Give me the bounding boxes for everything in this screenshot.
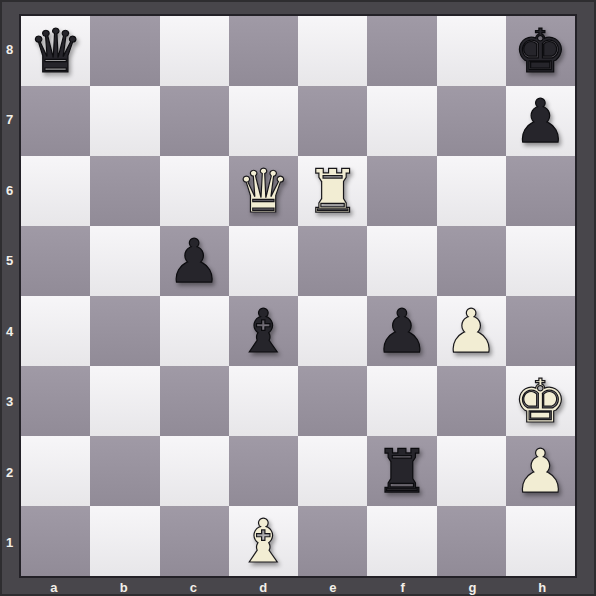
file-label-d: d <box>228 578 298 596</box>
square-h5[interactable] <box>506 226 575 296</box>
square-e2[interactable] <box>298 436 367 506</box>
square-e1[interactable] <box>298 506 367 576</box>
piece-br-f2[interactable]: ♜ <box>375 441 429 501</box>
chess-board[interactable]: ♛♚♟♛♜♟♝♟♟♚♜♟♝ <box>19 14 577 578</box>
file-labels: abcdefgh <box>19 578 577 596</box>
square-f3[interactable] <box>367 366 436 436</box>
square-e5[interactable] <box>298 226 367 296</box>
file-label-b: b <box>89 578 159 596</box>
piece-bk-h8[interactable]: ♚ <box>513 21 567 81</box>
square-b8[interactable] <box>90 16 159 86</box>
piece-bp-h7[interactable]: ♟ <box>513 91 567 151</box>
square-g4[interactable]: ♟ <box>437 296 506 366</box>
rank-label-4: 4 <box>0 296 19 367</box>
square-d5[interactable] <box>229 226 298 296</box>
piece-bp-f4[interactable]: ♟ <box>375 301 429 361</box>
square-c6[interactable] <box>160 156 229 226</box>
rank-labels: 87654321 <box>0 14 19 578</box>
square-d8[interactable] <box>229 16 298 86</box>
square-c7[interactable] <box>160 86 229 156</box>
square-f2[interactable]: ♜ <box>367 436 436 506</box>
square-d7[interactable] <box>229 86 298 156</box>
square-b5[interactable] <box>90 226 159 296</box>
square-c5[interactable]: ♟ <box>160 226 229 296</box>
square-g5[interactable] <box>437 226 506 296</box>
piece-wk-h3[interactable]: ♚ <box>513 371 567 431</box>
rank-label-6: 6 <box>0 155 19 226</box>
file-label-c: c <box>159 578 229 596</box>
square-b1[interactable] <box>90 506 159 576</box>
square-c8[interactable] <box>160 16 229 86</box>
piece-bp-c5[interactable]: ♟ <box>167 231 221 291</box>
square-e6[interactable]: ♜ <box>298 156 367 226</box>
piece-wb-d1[interactable]: ♝ <box>236 511 290 571</box>
square-c2[interactable] <box>160 436 229 506</box>
square-a6[interactable] <box>21 156 90 226</box>
square-c1[interactable] <box>160 506 229 576</box>
piece-wp-h2[interactable]: ♟ <box>513 441 567 501</box>
rank-label-2: 2 <box>0 437 19 508</box>
piece-bq-a8[interactable]: ♛ <box>29 21 83 81</box>
square-g2[interactable] <box>437 436 506 506</box>
square-h2[interactable]: ♟ <box>506 436 575 506</box>
square-h6[interactable] <box>506 156 575 226</box>
square-a7[interactable] <box>21 86 90 156</box>
square-b3[interactable] <box>90 366 159 436</box>
square-b6[interactable] <box>90 156 159 226</box>
file-label-g: g <box>438 578 508 596</box>
rank-label-7: 7 <box>0 85 19 156</box>
square-e8[interactable] <box>298 16 367 86</box>
square-d4[interactable]: ♝ <box>229 296 298 366</box>
file-label-e: e <box>298 578 368 596</box>
square-g6[interactable] <box>437 156 506 226</box>
square-h4[interactable] <box>506 296 575 366</box>
piece-wp-g4[interactable]: ♟ <box>444 301 498 361</box>
square-f5[interactable] <box>367 226 436 296</box>
piece-wr-e6[interactable]: ♜ <box>306 161 360 221</box>
square-c3[interactable] <box>160 366 229 436</box>
square-h3[interactable]: ♚ <box>506 366 575 436</box>
square-e3[interactable] <box>298 366 367 436</box>
chess-board-window: 87654321 ♛♚♟♛♜♟♝♟♟♚♜♟♝ abcdefgh <box>0 0 596 596</box>
square-g1[interactable] <box>437 506 506 576</box>
square-f7[interactable] <box>367 86 436 156</box>
square-a8[interactable]: ♛ <box>21 16 90 86</box>
rank-label-8: 8 <box>0 14 19 85</box>
square-f6[interactable] <box>367 156 436 226</box>
square-g7[interactable] <box>437 86 506 156</box>
rank-label-1: 1 <box>0 508 19 579</box>
file-label-f: f <box>368 578 438 596</box>
square-d1[interactable]: ♝ <box>229 506 298 576</box>
rank-label-3: 3 <box>0 367 19 438</box>
square-a5[interactable] <box>21 226 90 296</box>
square-h1[interactable] <box>506 506 575 576</box>
square-f1[interactable] <box>367 506 436 576</box>
square-a3[interactable] <box>21 366 90 436</box>
square-g8[interactable] <box>437 16 506 86</box>
file-label-a: a <box>19 578 89 596</box>
square-c4[interactable] <box>160 296 229 366</box>
square-f8[interactable] <box>367 16 436 86</box>
file-label-h: h <box>507 578 577 596</box>
square-b7[interactable] <box>90 86 159 156</box>
piece-bb-d4[interactable]: ♝ <box>236 301 290 361</box>
square-b4[interactable] <box>90 296 159 366</box>
square-d6[interactable]: ♛ <box>229 156 298 226</box>
square-e7[interactable] <box>298 86 367 156</box>
square-a1[interactable] <box>21 506 90 576</box>
square-g3[interactable] <box>437 366 506 436</box>
rank-label-5: 5 <box>0 226 19 297</box>
square-d3[interactable] <box>229 366 298 436</box>
square-a4[interactable] <box>21 296 90 366</box>
square-f4[interactable]: ♟ <box>367 296 436 366</box>
square-d2[interactable] <box>229 436 298 506</box>
piece-wq-d6[interactable]: ♛ <box>236 161 290 221</box>
square-h7[interactable]: ♟ <box>506 86 575 156</box>
square-h8[interactable]: ♚ <box>506 16 575 86</box>
square-a2[interactable] <box>21 436 90 506</box>
square-e4[interactable] <box>298 296 367 366</box>
square-b2[interactable] <box>90 436 159 506</box>
